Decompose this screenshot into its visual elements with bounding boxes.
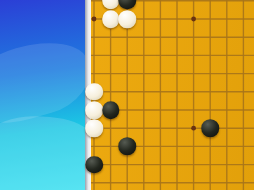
stone-black [85, 156, 103, 174]
stone-white [118, 10, 136, 28]
stone-white [85, 119, 103, 137]
blue-background [0, 0, 85, 190]
stone-white [102, 10, 120, 28]
stone-black [102, 101, 120, 119]
screenshot-root [0, 0, 254, 190]
board-grid-lines [91, 0, 254, 190]
stone-black [118, 138, 136, 156]
go-board[interactable] [91, 0, 254, 190]
stone-white [85, 101, 103, 119]
stone-white [85, 83, 103, 101]
stone-black [201, 119, 219, 137]
